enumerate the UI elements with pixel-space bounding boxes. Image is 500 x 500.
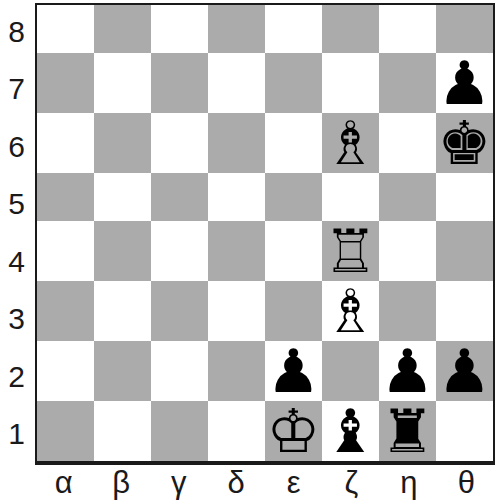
rank-label-2: 2 — [0, 348, 33, 406]
square-h3[interactable] — [436, 281, 493, 341]
square-b7[interactable] — [94, 53, 151, 113]
rank-label-5: 5 — [0, 176, 33, 234]
square-f8[interactable] — [322, 5, 379, 53]
square-a3[interactable] — [37, 281, 94, 341]
square-d1[interactable] — [208, 401, 265, 461]
square-f3[interactable]: ♗ — [322, 281, 379, 341]
square-d2[interactable] — [208, 341, 265, 401]
square-c5[interactable] — [151, 173, 208, 221]
square-h6[interactable]: ♚ — [436, 113, 493, 173]
square-b8[interactable] — [94, 5, 151, 53]
square-g7[interactable] — [379, 53, 436, 113]
rank-label-4: 4 — [0, 233, 33, 291]
chess-board: ♟♗♚♖♗♟♟♟♔♝♜ — [35, 3, 495, 465]
square-c4[interactable] — [151, 221, 208, 281]
square-c3[interactable] — [151, 281, 208, 341]
file-label-g: η — [380, 464, 438, 500]
file-label-f: ζ — [323, 464, 381, 500]
file-label-e: ε — [265, 464, 323, 500]
square-c2[interactable] — [151, 341, 208, 401]
square-f5[interactable] — [322, 173, 379, 221]
square-g4[interactable] — [379, 221, 436, 281]
square-h1[interactable] — [436, 401, 493, 461]
square-b2[interactable] — [94, 341, 151, 401]
square-a2[interactable] — [37, 341, 94, 401]
square-g2[interactable]: ♟ — [379, 341, 436, 401]
chess-diagram: 87654321 ♟♗♚♖♗♟♟♟♔♝♜ αβγδεζηθ — [0, 0, 500, 500]
white-bishop-f3: ♗ — [324, 281, 378, 341]
white-bishop-f6: ♗ — [324, 113, 378, 173]
square-e7[interactable] — [265, 53, 322, 113]
square-e2[interactable]: ♟ — [265, 341, 322, 401]
square-h2[interactable]: ♟ — [436, 341, 493, 401]
file-label-b: β — [93, 464, 151, 500]
square-a1[interactable] — [37, 401, 94, 461]
black-bishop-f1: ♝ — [324, 401, 378, 461]
square-h7[interactable]: ♟ — [436, 53, 493, 113]
square-f7[interactable] — [322, 53, 379, 113]
black-pawn-h7: ♟ — [438, 53, 492, 113]
square-d5[interactable] — [208, 173, 265, 221]
square-d8[interactable] — [208, 5, 265, 53]
black-rook-g1: ♜ — [381, 401, 435, 461]
rank-label-7: 7 — [0, 61, 33, 119]
black-pawn-h2: ♟ — [438, 341, 492, 401]
square-c7[interactable] — [151, 53, 208, 113]
black-pawn-e2: ♟ — [267, 341, 321, 401]
square-d3[interactable] — [208, 281, 265, 341]
square-b6[interactable] — [94, 113, 151, 173]
rank-label-6: 6 — [0, 118, 33, 176]
square-a6[interactable] — [37, 113, 94, 173]
square-g5[interactable] — [379, 173, 436, 221]
square-f1[interactable]: ♝ — [322, 401, 379, 461]
square-d7[interactable] — [208, 53, 265, 113]
rank-labels: 87654321 — [0, 3, 33, 463]
square-h4[interactable] — [436, 221, 493, 281]
rank-label-1: 1 — [0, 406, 33, 464]
white-rook-f4: ♖ — [324, 221, 378, 281]
square-g1[interactable]: ♜ — [379, 401, 436, 461]
square-c6[interactable] — [151, 113, 208, 173]
file-label-d: δ — [208, 464, 266, 500]
rank-label-3: 3 — [0, 291, 33, 349]
square-e4[interactable] — [265, 221, 322, 281]
square-e8[interactable] — [265, 5, 322, 53]
square-f4[interactable]: ♖ — [322, 221, 379, 281]
black-pawn-g2: ♟ — [381, 341, 435, 401]
square-b1[interactable] — [94, 401, 151, 461]
file-label-h: θ — [438, 464, 496, 500]
white-king-e1: ♔ — [267, 401, 321, 461]
black-king-h6: ♚ — [438, 113, 492, 173]
square-a4[interactable] — [37, 221, 94, 281]
file-label-a: α — [35, 464, 93, 500]
square-e5[interactable] — [265, 173, 322, 221]
square-c1[interactable] — [151, 401, 208, 461]
square-g6[interactable] — [379, 113, 436, 173]
square-e1[interactable]: ♔ — [265, 401, 322, 461]
square-h8[interactable] — [436, 5, 493, 53]
square-f6[interactable]: ♗ — [322, 113, 379, 173]
square-c8[interactable] — [151, 5, 208, 53]
square-g8[interactable] — [379, 5, 436, 53]
square-f2[interactable] — [322, 341, 379, 401]
square-d6[interactable] — [208, 113, 265, 173]
rank-label-8: 8 — [0, 3, 33, 61]
square-b5[interactable] — [94, 173, 151, 221]
square-a8[interactable] — [37, 5, 94, 53]
square-b4[interactable] — [94, 221, 151, 281]
square-d4[interactable] — [208, 221, 265, 281]
square-a7[interactable] — [37, 53, 94, 113]
square-e6[interactable] — [265, 113, 322, 173]
square-b3[interactable] — [94, 281, 151, 341]
square-h5[interactable] — [436, 173, 493, 221]
square-e3[interactable] — [265, 281, 322, 341]
square-g3[interactable] — [379, 281, 436, 341]
file-labels: αβγδεζηθ — [35, 464, 495, 500]
file-label-c: γ — [150, 464, 208, 500]
square-a5[interactable] — [37, 173, 94, 221]
